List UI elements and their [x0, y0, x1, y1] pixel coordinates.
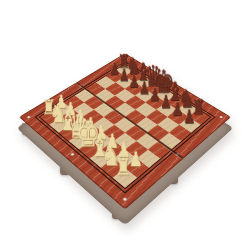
square-h7[interactable]: ♟ — [179, 117, 201, 133]
product-photo: ♜♞♝♛♚♝♞♜♟♟♟♟♟♟♟♟♟♟♟♟♟♟♟♟♜♞♝♛♚♝♞♜ — [0, 0, 250, 250]
square-g6[interactable] — [157, 117, 179, 133]
board-scene: ♜♞♝♛♚♝♞♜♟♟♟♟♟♟♟♟♟♟♟♟♟♟♟♟♜♞♝♛♚♝♞♜ — [0, 0, 250, 250]
magnet-dot — [219, 115, 223, 118]
piece-black-pawn[interactable]: ♟ — [178, 107, 201, 125]
square-h6[interactable] — [169, 125, 191, 141]
magnet-dot — [70, 153, 75, 157]
magnet-dot — [26, 115, 30, 118]
chess-board: ♜♞♝♛♚♝♞♜♟♟♟♟♟♟♟♟♟♟♟♟♟♟♟♟♜♞♝♛♚♝♞♜ — [19, 53, 231, 209]
square-h1[interactable]: ♜ — [113, 168, 137, 188]
board-face: ♜♞♝♛♚♝♞♜♟♟♟♟♟♟♟♟♟♟♟♟♟♟♟♟♜♞♝♛♚♝♞♜ — [19, 53, 231, 209]
magnet-dot — [122, 197, 127, 201]
pinstripe-frame: ♜♞♝♛♚♝♞♜♟♟♟♟♟♟♟♟♟♟♟♟♟♟♟♟♜♞♝♛♚♝♞♜ — [34, 61, 215, 193]
piece-white-rook[interactable]: ♜ — [111, 155, 137, 179]
